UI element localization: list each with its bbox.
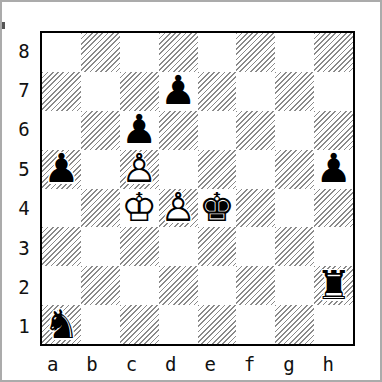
rank-label-7: 7 xyxy=(10,70,38,109)
square-a1[interactable]: ♞♞ xyxy=(42,305,81,344)
square-f3[interactable] xyxy=(236,227,275,266)
square-e8[interactable] xyxy=(198,33,237,72)
square-h4[interactable] xyxy=(314,189,353,228)
file-label-e: e xyxy=(191,351,230,377)
black-king-glyph: ♚ xyxy=(198,189,237,228)
square-e6[interactable] xyxy=(198,111,237,150)
square-e7[interactable] xyxy=(198,72,237,111)
square-d6[interactable] xyxy=(159,111,198,150)
square-a6[interactable] xyxy=(42,111,81,150)
square-c7[interactable] xyxy=(120,72,159,111)
square-h5[interactable]: ♟♟ xyxy=(314,150,353,189)
rank-label-5: 5 xyxy=(10,149,38,188)
black-king-e4[interactable]: ♚♚ xyxy=(198,189,237,228)
square-g6[interactable] xyxy=(275,111,314,150)
square-c5[interactable]: ♟♙ xyxy=(120,150,159,189)
square-b6[interactable] xyxy=(81,111,120,150)
square-a5[interactable]: ♟♟ xyxy=(42,150,81,189)
frame-mark xyxy=(2,22,5,29)
square-c2[interactable] xyxy=(120,266,159,305)
square-b1[interactable] xyxy=(81,305,120,344)
square-h1[interactable] xyxy=(314,305,353,344)
square-d1[interactable] xyxy=(159,305,198,344)
rank-label-6: 6 xyxy=(10,110,38,149)
square-b5[interactable] xyxy=(81,150,120,189)
square-e1[interactable] xyxy=(198,305,237,344)
file-labels: abcdefgh xyxy=(33,351,348,377)
file-label-c: c xyxy=(112,351,151,377)
file-label-b: b xyxy=(72,351,111,377)
square-a8[interactable] xyxy=(42,33,81,72)
rank-labels: 87654321 xyxy=(10,31,38,346)
square-h3[interactable] xyxy=(314,227,353,266)
black-pawn-glyph: ♟ xyxy=(314,150,353,189)
square-g5[interactable] xyxy=(275,150,314,189)
square-d3[interactable] xyxy=(159,227,198,266)
square-d7[interactable]: ♟♟ xyxy=(159,72,198,111)
square-e3[interactable] xyxy=(198,227,237,266)
square-c4[interactable]: ♚♔ xyxy=(120,189,159,228)
black-pawn-d7[interactable]: ♟♟ xyxy=(159,72,198,111)
square-f5[interactable] xyxy=(236,150,275,189)
square-c8[interactable] xyxy=(120,33,159,72)
square-c3[interactable] xyxy=(120,227,159,266)
square-c6[interactable]: ♟♟ xyxy=(120,111,159,150)
white-king-glyph: ♔ xyxy=(120,189,159,228)
square-b2[interactable] xyxy=(81,266,120,305)
board: ♟♟♟♟♟♟♟♙♟♟♚♔♟♙♚♚♜♜♞♞ xyxy=(40,31,355,346)
white-pawn-d4[interactable]: ♟♙ xyxy=(159,189,198,228)
square-g8[interactable] xyxy=(275,33,314,72)
square-d2[interactable] xyxy=(159,266,198,305)
black-pawn-glyph: ♟ xyxy=(159,72,198,111)
square-a2[interactable] xyxy=(42,266,81,305)
square-a7[interactable] xyxy=(42,72,81,111)
black-rook-h2[interactable]: ♜♜ xyxy=(314,266,353,305)
square-e5[interactable] xyxy=(198,150,237,189)
square-h2[interactable]: ♜♜ xyxy=(314,266,353,305)
file-label-h: h xyxy=(309,351,348,377)
rank-label-3: 3 xyxy=(10,228,38,267)
square-c1[interactable] xyxy=(120,305,159,344)
square-g7[interactable] xyxy=(275,72,314,111)
square-b8[interactable] xyxy=(81,33,120,72)
white-pawn-c5[interactable]: ♟♙ xyxy=(120,150,159,189)
square-e4[interactable]: ♚♚ xyxy=(198,189,237,228)
square-g2[interactable] xyxy=(275,266,314,305)
square-f6[interactable] xyxy=(236,111,275,150)
black-pawn-c6[interactable]: ♟♟ xyxy=(120,111,159,150)
file-label-d: d xyxy=(151,351,190,377)
square-h6[interactable] xyxy=(314,111,353,150)
square-f7[interactable] xyxy=(236,72,275,111)
square-b3[interactable] xyxy=(81,227,120,266)
chess-diagram-window: 87654321 ♟♟♟♟♟♟♟♙♟♟♚♔♟♙♚♚♜♜♞♞ abcdefgh xyxy=(0,0,382,382)
square-b4[interactable] xyxy=(81,189,120,228)
square-a4[interactable] xyxy=(42,189,81,228)
white-pawn-glyph: ♙ xyxy=(159,189,198,228)
square-d4[interactable]: ♟♙ xyxy=(159,189,198,228)
square-f1[interactable] xyxy=(236,305,275,344)
black-knight-a1[interactable]: ♞♞ xyxy=(42,305,81,344)
square-f2[interactable] xyxy=(236,266,275,305)
black-pawn-h5[interactable]: ♟♟ xyxy=(314,150,353,189)
square-g4[interactable] xyxy=(275,189,314,228)
file-label-f: f xyxy=(230,351,269,377)
square-a3[interactable] xyxy=(42,227,81,266)
file-label-g: g xyxy=(269,351,308,377)
square-g3[interactable] xyxy=(275,227,314,266)
square-d5[interactable] xyxy=(159,150,198,189)
square-f4[interactable] xyxy=(236,189,275,228)
white-pawn-glyph: ♙ xyxy=(120,150,159,189)
square-g1[interactable] xyxy=(275,305,314,344)
rank-label-8: 8 xyxy=(10,31,38,70)
square-h8[interactable] xyxy=(314,33,353,72)
file-label-a: a xyxy=(33,351,72,377)
square-f8[interactable] xyxy=(236,33,275,72)
black-pawn-glyph: ♟ xyxy=(120,111,159,150)
square-b7[interactable] xyxy=(81,72,120,111)
square-h7[interactable] xyxy=(314,72,353,111)
rank-label-4: 4 xyxy=(10,189,38,228)
square-d8[interactable] xyxy=(159,33,198,72)
rank-label-2: 2 xyxy=(10,267,38,306)
black-rook-glyph: ♜ xyxy=(314,266,353,305)
black-knight-glyph: ♞ xyxy=(42,305,81,344)
black-pawn-a5[interactable]: ♟♟ xyxy=(42,150,81,189)
black-pawn-glyph: ♟ xyxy=(42,150,81,189)
white-king-c4[interactable]: ♚♔ xyxy=(120,189,159,228)
rank-label-1: 1 xyxy=(10,307,38,346)
square-e2[interactable] xyxy=(198,266,237,305)
